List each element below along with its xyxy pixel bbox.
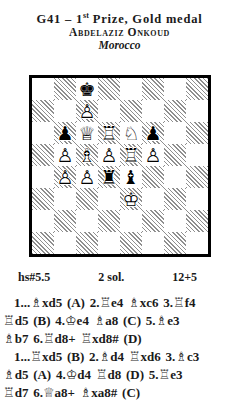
piece-white-queen: ♛♕ bbox=[76, 122, 98, 144]
square-e7 bbox=[120, 100, 142, 122]
piece-white-pawn: ♟♙ bbox=[98, 144, 120, 166]
piece-white-pawn: ♟♙ bbox=[54, 166, 76, 188]
square-e6: ♞♘ bbox=[120, 122, 142, 144]
square-c2 bbox=[76, 210, 98, 232]
square-b2 bbox=[54, 210, 76, 232]
square-e4: ♝ bbox=[120, 166, 142, 188]
square-h4 bbox=[186, 166, 208, 188]
square-d2 bbox=[98, 210, 120, 232]
square-f7 bbox=[142, 100, 164, 122]
square-d1 bbox=[98, 232, 120, 254]
square-a3 bbox=[32, 188, 54, 210]
solution-2-line-3: ♖d7 6.♕a8+ ♗xa8# (C) bbox=[3, 384, 238, 402]
square-b3 bbox=[54, 188, 76, 210]
square-h5 bbox=[186, 144, 208, 166]
piece-black-pawn: ♟ bbox=[142, 122, 164, 144]
solution-1-line-1: 1...♗xd5 (A) 2.♖e4 ♗xc6 3.♖f4 bbox=[3, 294, 238, 312]
square-b1 bbox=[54, 232, 76, 254]
solutions-block: 1...♗xd5 (A) 2.♖e4 ♗xc6 3.♖f4 ♖d5 (B) 4.… bbox=[3, 294, 238, 402]
stipulation-solutions-count: 2 sol. bbox=[98, 270, 124, 285]
solution-2-line-2: ♗d5 (A) 4.♔d4 ♖d8 (D) 5.♖e3 bbox=[3, 366, 238, 384]
square-h7 bbox=[186, 100, 208, 122]
square-g8 bbox=[164, 78, 186, 100]
solution-1: 1...♗xd5 (A) 2.♖e4 ♗xc6 3.♖f4 ♖d5 (B) 4.… bbox=[3, 294, 238, 348]
square-g7 bbox=[164, 100, 186, 122]
square-c4: ♟♙ bbox=[76, 166, 98, 188]
square-e3: ♚♔ bbox=[120, 188, 142, 210]
square-f8 bbox=[142, 78, 164, 100]
square-c7: ♟♙ bbox=[76, 100, 98, 122]
problem-page: G41 – 1st Prize, Gold medal Abdelaziz On… bbox=[0, 0, 239, 411]
square-h3 bbox=[186, 188, 208, 210]
square-f2 bbox=[142, 210, 164, 232]
piece-white-pawn: ♟♙ bbox=[54, 144, 76, 166]
piece-white-rook: ♜♖ bbox=[98, 122, 120, 144]
square-c1 bbox=[76, 232, 98, 254]
piece-white-bishop: ♝♗ bbox=[76, 144, 98, 166]
square-b5: ♟♙ bbox=[54, 144, 76, 166]
square-a4 bbox=[32, 166, 54, 188]
solution-1-line-2: ♖d5 (B) 4.♔e4 ♗a8 (C) 5.♗e3 bbox=[3, 312, 238, 330]
square-h6 bbox=[186, 122, 208, 144]
solution-2: 1...♖xd5 (B) 2.♗d4 ♖xd6 3.♗c3 ♗d5 (A) 4.… bbox=[3, 348, 238, 402]
piece-black-king: ♚ bbox=[76, 78, 98, 100]
square-h8 bbox=[186, 78, 208, 100]
problem-title: G41 – 1st Prize, Gold medal bbox=[0, 9, 239, 26]
square-b8 bbox=[54, 78, 76, 100]
stipulation-goal: hs#5.5 bbox=[18, 270, 50, 285]
square-d3 bbox=[98, 188, 120, 210]
square-e5: ♜♖ bbox=[120, 144, 142, 166]
square-e2 bbox=[120, 210, 142, 232]
square-c6: ♛♕ bbox=[76, 122, 98, 144]
square-c8: ♚ bbox=[76, 78, 98, 100]
square-c3 bbox=[76, 188, 98, 210]
piece-black-rook: ♜ bbox=[98, 166, 120, 188]
composer-name: Abdelaziz Onkoud bbox=[0, 26, 239, 39]
square-b4: ♟♙ bbox=[54, 166, 76, 188]
square-h1 bbox=[186, 232, 208, 254]
square-a6 bbox=[32, 122, 54, 144]
chess-board: ♚♟♙♟♛♕♜♖♞♘♟♟♙♝♗♟♙♜♖♟♙♟♙♟♙♜♝♚♔ bbox=[29, 75, 211, 257]
square-b7 bbox=[54, 100, 76, 122]
piece-white-rook: ♜♖ bbox=[120, 144, 142, 166]
title-prefix: G41 – 1 bbox=[36, 12, 83, 26]
solution-2-line-1: 1...♖xd5 (B) 2.♗d4 ♖xd6 3.♗c3 bbox=[3, 348, 238, 366]
square-d6: ♜♖ bbox=[98, 122, 120, 144]
square-d7 bbox=[98, 100, 120, 122]
square-c5: ♝♗ bbox=[76, 144, 98, 166]
square-d4: ♜ bbox=[98, 166, 120, 188]
square-a5 bbox=[32, 144, 54, 166]
stipulation-row: hs#5.5 2 sol. 12+5 bbox=[18, 270, 197, 285]
square-d8 bbox=[98, 78, 120, 100]
piece-white-pawn: ♟♙ bbox=[76, 100, 98, 122]
square-e1 bbox=[120, 232, 142, 254]
square-f5: ♟♙ bbox=[142, 144, 164, 166]
problem-header: G41 – 1st Prize, Gold medal Abdelaziz On… bbox=[0, 0, 239, 52]
piece-white-pawn: ♟♙ bbox=[142, 144, 164, 166]
square-h2 bbox=[186, 210, 208, 232]
square-a8 bbox=[32, 78, 54, 100]
square-e8 bbox=[120, 78, 142, 100]
square-f6: ♟ bbox=[142, 122, 164, 144]
square-g2 bbox=[164, 210, 186, 232]
square-d5: ♟♙ bbox=[98, 144, 120, 166]
stipulation-material-count: 12+5 bbox=[172, 270, 197, 285]
piece-white-king: ♚♔ bbox=[120, 188, 142, 210]
piece-white-knight: ♞♘ bbox=[120, 122, 142, 144]
square-g1 bbox=[164, 232, 186, 254]
square-g3 bbox=[164, 188, 186, 210]
square-g5 bbox=[164, 144, 186, 166]
square-a2 bbox=[32, 210, 54, 232]
square-a7 bbox=[32, 100, 54, 122]
square-a1 bbox=[32, 232, 54, 254]
solution-1-line-3: ♗b7 6.♖d8+ ♖xd8# (D) bbox=[3, 330, 238, 348]
composer-country: Morocco bbox=[0, 39, 239, 52]
piece-white-pawn: ♟♙ bbox=[76, 166, 98, 188]
piece-black-bishop: ♝ bbox=[120, 166, 142, 188]
square-f1 bbox=[142, 232, 164, 254]
square-g6 bbox=[164, 122, 186, 144]
square-f3 bbox=[142, 188, 164, 210]
title-rest: Prize, Gold medal bbox=[89, 12, 203, 26]
square-g4 bbox=[164, 166, 186, 188]
piece-black-pawn: ♟ bbox=[54, 122, 76, 144]
square-f4 bbox=[142, 166, 164, 188]
square-b6: ♟ bbox=[54, 122, 76, 144]
